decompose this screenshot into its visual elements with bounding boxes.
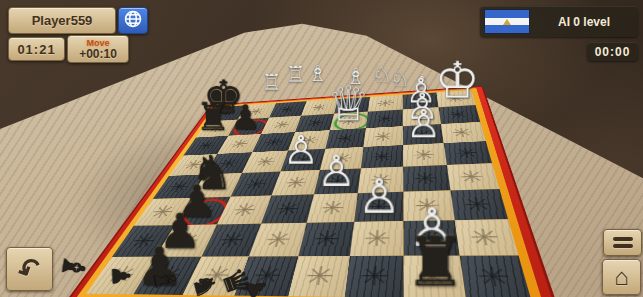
undo-button[interactable]: ↶ [6,247,53,291]
square-f4[interactable]: ✳ [325,128,366,149]
square-c1[interactable]: ✳ [450,189,508,220]
square-d3[interactable]: ✳ [358,167,404,193]
home-icon: ⌂ [614,263,629,291]
snowflake-inlay: ✳ [249,223,307,257]
snowflake-inlay: ✳ [447,163,500,190]
menu-icon [613,237,633,241]
captured-black-p: ♟ [108,265,133,287]
snowflake-inlay: ✳ [403,124,444,145]
square-f1[interactable]: ✳ [441,122,486,143]
home-button[interactable]: ⌂ [602,259,641,295]
snowflake-inlay: ✳ [444,141,492,165]
snowflake-inlay: ✳ [361,145,403,168]
snowflake-inlay: ✳ [307,193,358,223]
snowflake-inlay: ✳ [455,219,519,255]
snowflake-inlay: ✳ [460,255,531,297]
square-a1[interactable]: ✳ [460,255,531,297]
square-e5[interactable]: ✳♙ [280,149,325,172]
snowflake-inlay: ✳ [288,256,350,297]
square-a4[interactable]: ✳ [288,256,350,297]
snowflake-inlay: ✳ [403,220,459,256]
square-e1[interactable]: ✳ [444,141,492,165]
square-d4[interactable]: ✳♙ [314,168,361,194]
snowflake-inlay: ✳ [280,149,325,172]
square-b1[interactable]: ✳ [455,219,519,255]
square-e4[interactable]: ✳ [320,147,364,170]
square-c5[interactable]: ✳ [261,194,314,223]
snowflake-inlay: ✳ [403,190,454,221]
square-d7[interactable]: ✳♞ [191,173,242,198]
captured-white-n: ♘ [390,68,410,90]
menu-button[interactable] [603,229,642,256]
snowflake-inlay: ✳ [320,147,364,170]
snowflake-inlay: ✳ [288,130,330,150]
square-f3[interactable]: ✳ [364,126,403,147]
square-e3[interactable]: ✳ [361,145,403,168]
snowflake-inlay: ✳ [441,122,486,143]
ai-opponent-badge: AI 0 level [480,6,638,37]
snowflake-inlay: ✳ [450,189,508,220]
globe-button[interactable] [118,7,148,34]
snowflake-inlay: ✳ [345,256,404,297]
undo-icon: ↶ [12,249,47,289]
square-c2[interactable]: ✳ [403,190,454,221]
captured-black-b: ♝ [149,265,181,295]
square-a3[interactable]: ✳ [345,256,404,297]
captured-white-n: ♘ [372,64,392,86]
move-bonus-value: +00:10 [79,48,117,60]
snowflake-inlay: ✳ [403,143,447,167]
player-name-badge[interactable]: Player559 [8,7,116,34]
player-name: Player559 [32,13,93,28]
snowflake-inlay: ✳ [325,128,366,149]
flag-emblem [503,19,511,25]
square-c4[interactable]: ✳ [307,193,358,223]
ai-clock: 00:00 [587,42,638,61]
captured-white-r: ♖ [262,72,282,94]
snowflake-inlay: ✳ [350,221,404,256]
square-e2[interactable]: ✳ [403,143,447,167]
ai-level-label: AI 0 level [530,15,638,29]
square-g3[interactable]: ✳ [366,109,403,128]
snowflake-inlay: ✳ [298,222,354,256]
square-d2[interactable]: ✳ [403,165,450,192]
snowflake-inlay: ✳ [314,168,361,194]
captured-white-r: ♖ [286,64,306,86]
square-f2[interactable]: ✳♙ [403,124,444,145]
square-d5[interactable]: ✳ [271,170,320,196]
nicaragua-flag [484,9,530,34]
snowflake-inlay: ✳ [366,109,403,128]
square-d1[interactable]: ✳ [447,163,500,190]
captured-black-b: ♝ [56,251,90,283]
snowflake-inlay: ✳ [404,256,466,297]
player-clock: 01:21 [8,37,65,61]
snowflake-inlay: ✳ [271,170,320,196]
globe-icon [123,9,143,33]
square-b4[interactable]: ✳ [298,222,354,256]
captured-white-b: ♗ [346,66,366,88]
square-b5[interactable]: ✳ [249,223,307,257]
game-screen: ♖♖♗♗♘♘♙ ✳♚✳✳✳✳✳✳♙✳♔✳♜✳♟✳✳✳♕✳✳♙✳✳✳✳✳✳✳✳♙✳… [0,0,643,297]
square-c3[interactable]: ✳♙ [354,192,403,222]
snowflake-inlay: ✳ [358,167,404,193]
square-b3[interactable]: ✳ [350,221,404,256]
move-bonus-badge: Move +00:10 [67,35,129,63]
snowflake-inlay: ✳ [261,194,314,223]
snowflake-inlay: ✳ [354,192,403,222]
snowflake-inlay: ✳ [191,173,242,198]
square-a2[interactable]: ✳♜ [404,256,466,297]
square-f5[interactable]: ✳ [288,130,330,150]
snowflake-inlay: ✳ [403,165,450,192]
snowflake-inlay: ✳ [364,126,403,147]
captured-white-b: ♗ [308,63,328,85]
square-b2[interactable]: ✳♙ [403,220,459,256]
